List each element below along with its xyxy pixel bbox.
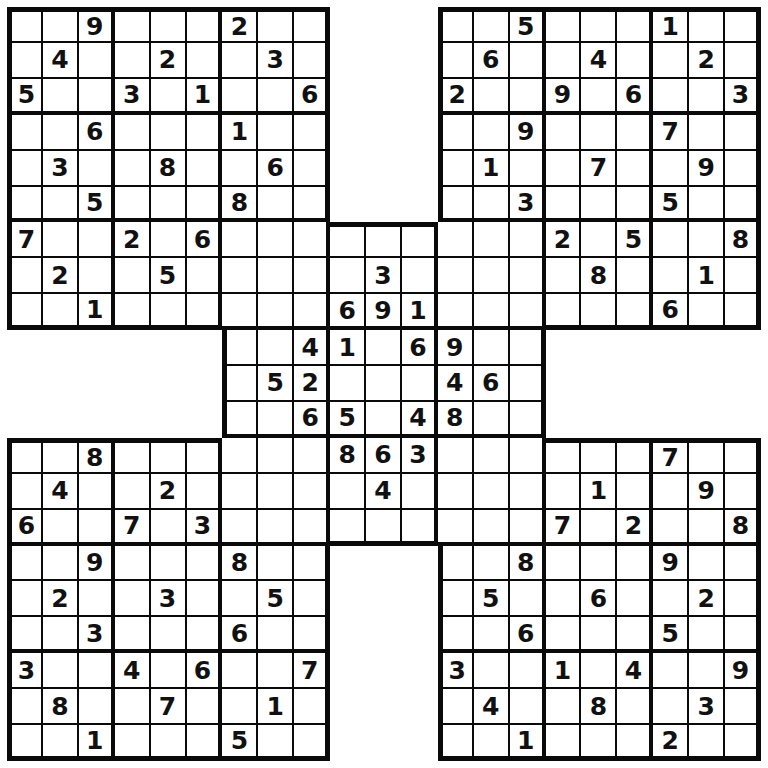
cell-r16c18[interactable] — [617, 546, 653, 582]
cell-r1c13[interactable] — [438, 7, 474, 43]
cell-r7c5[interactable] — [151, 222, 187, 258]
cell-r7c13[interactable] — [438, 222, 474, 258]
cell-r4c18[interactable] — [617, 115, 653, 151]
cell-r2c6[interactable] — [187, 43, 223, 79]
cell-r14c8[interactable] — [258, 474, 294, 510]
cell-r3c15[interactable] — [510, 79, 546, 115]
cell-r13c9[interactable] — [294, 438, 330, 474]
cell-r16c9[interactable] — [294, 546, 330, 582]
void-space — [79, 330, 115, 366]
cell-r6c8[interactable] — [258, 187, 294, 223]
cell-r8c10[interactable] — [330, 258, 366, 294]
cell-r20c9[interactable] — [294, 689, 330, 725]
cell-r6c14[interactable] — [474, 187, 510, 223]
cell-r5c4[interactable] — [115, 151, 151, 187]
cell-r9c17[interactable] — [581, 294, 617, 330]
cell-r14c19[interactable] — [653, 474, 689, 510]
cell-r7c7[interactable] — [222, 222, 258, 258]
cell-r15c15[interactable] — [510, 510, 546, 546]
cell-r7c15[interactable] — [510, 222, 546, 258]
cell-r11c11[interactable] — [366, 366, 402, 402]
cell-r17c4[interactable] — [115, 581, 151, 617]
cell-r13c2[interactable] — [43, 438, 79, 474]
cell-r21c21[interactable] — [725, 725, 761, 761]
cell-r4c9[interactable] — [294, 115, 330, 151]
cell-r1c1[interactable] — [7, 7, 43, 43]
cell-r8c7[interactable] — [222, 258, 258, 294]
cell-r4c6[interactable] — [187, 115, 223, 151]
cell-r4c14[interactable] — [474, 115, 510, 151]
cell-r6c16[interactable] — [546, 187, 582, 223]
cell-r15c11[interactable] — [366, 510, 402, 546]
cell-r21c7: 5 — [222, 725, 258, 761]
cell-r9c5[interactable] — [151, 294, 187, 330]
cell-r21c8[interactable] — [258, 725, 294, 761]
cell-r19c16: 1 — [546, 653, 582, 689]
cell-r4c1[interactable] — [7, 115, 43, 151]
cell-r14c4[interactable] — [115, 474, 151, 510]
cell-r2c1[interactable] — [7, 43, 43, 79]
cell-r21c17[interactable] — [581, 725, 617, 761]
cell-r3c19[interactable] — [653, 79, 689, 115]
cell-r9c14[interactable] — [474, 294, 510, 330]
cell-r4c21[interactable] — [725, 115, 761, 151]
cell-r18c21[interactable] — [725, 617, 761, 653]
cell-r21c2[interactable] — [43, 725, 79, 761]
cell-r7c10[interactable] — [330, 222, 366, 258]
cell-r15c7[interactable] — [222, 510, 258, 546]
cell-r12c15[interactable] — [510, 402, 546, 438]
cell-r15c1: 6 — [7, 510, 43, 546]
cell-r18c20[interactable] — [689, 617, 725, 653]
cell-r7c12[interactable] — [402, 222, 438, 258]
cell-r4c8[interactable] — [258, 115, 294, 151]
cell-r5c1[interactable] — [7, 151, 43, 187]
cell-r18c19: 5 — [653, 617, 689, 653]
cell-r20c3[interactable] — [79, 689, 115, 725]
cell-r13c6[interactable] — [187, 438, 223, 474]
cell-r1c6[interactable] — [187, 7, 223, 43]
cell-r21c14[interactable] — [474, 725, 510, 761]
cell-r16c17[interactable] — [581, 546, 617, 582]
cell-r12c7[interactable] — [222, 402, 258, 438]
cell-r19c5[interactable] — [151, 653, 187, 689]
cell-r7c20[interactable] — [689, 222, 725, 258]
cell-r19c17[interactable] — [581, 653, 617, 689]
cell-r4c17[interactable] — [581, 115, 617, 151]
cell-r18c8[interactable] — [258, 617, 294, 653]
void-space — [79, 402, 115, 438]
void-space — [653, 402, 689, 438]
cell-r14c11: 4 — [366, 474, 402, 510]
cell-r17c7[interactable] — [222, 581, 258, 617]
cell-r17c13[interactable] — [438, 581, 474, 617]
void-space — [330, 187, 366, 223]
cell-r21c4[interactable] — [115, 725, 151, 761]
cell-r13c16[interactable] — [546, 438, 582, 474]
void-space — [366, 7, 402, 43]
cell-r7c14[interactable] — [474, 222, 510, 258]
cell-r2c4[interactable] — [115, 43, 151, 79]
cell-r16c2[interactable] — [43, 546, 79, 582]
cell-r13c1[interactable] — [7, 438, 43, 474]
cell-r20c6[interactable] — [187, 689, 223, 725]
cell-r4c13[interactable] — [438, 115, 474, 151]
cell-r1c4[interactable] — [115, 7, 151, 43]
cell-r8c8[interactable] — [258, 258, 294, 294]
cell-r7c3[interactable] — [79, 222, 115, 258]
cell-r18c15: 6 — [510, 617, 546, 653]
cell-r15c20[interactable] — [689, 510, 725, 546]
cell-r5c7[interactable] — [222, 151, 258, 187]
cell-r8c13[interactable] — [438, 258, 474, 294]
cell-r9c6[interactable] — [187, 294, 223, 330]
cell-r2c2: 4 — [43, 43, 79, 79]
cell-r8c11: 3 — [366, 258, 402, 294]
cell-r9c11: 9 — [366, 294, 402, 330]
cell-r16c6[interactable] — [187, 546, 223, 582]
cell-r9c15[interactable] — [510, 294, 546, 330]
cell-r3c2[interactable] — [43, 79, 79, 115]
cell-r15c13[interactable] — [438, 510, 474, 546]
cell-r2c16[interactable] — [546, 43, 582, 79]
cell-r6c1[interactable] — [7, 187, 43, 223]
cell-r9c7[interactable] — [222, 294, 258, 330]
cell-r12c8[interactable] — [258, 402, 294, 438]
cell-r15c10[interactable] — [330, 510, 366, 546]
cell-r5c18[interactable] — [617, 151, 653, 187]
cell-r6c20[interactable] — [689, 187, 725, 223]
cell-r8c18[interactable] — [617, 258, 653, 294]
cell-r8c14[interactable] — [474, 258, 510, 294]
void-space — [366, 115, 402, 151]
cell-r7c9[interactable] — [294, 222, 330, 258]
cell-r1c18[interactable] — [617, 7, 653, 43]
cell-r18c4[interactable] — [115, 617, 151, 653]
cell-r9c20[interactable] — [689, 294, 725, 330]
cell-r15c2[interactable] — [43, 510, 79, 546]
cell-r13c8[interactable] — [258, 438, 294, 474]
cell-r9c21[interactable] — [725, 294, 761, 330]
cell-r16c21[interactable] — [725, 546, 761, 582]
cell-r18c7: 6 — [222, 617, 258, 653]
cell-r19c20[interactable] — [689, 653, 725, 689]
cell-r1c9[interactable] — [294, 7, 330, 43]
void-space — [546, 366, 582, 402]
cell-r18c17[interactable] — [581, 617, 617, 653]
cell-r20c1[interactable] — [7, 689, 43, 725]
cell-r8c15[interactable] — [510, 258, 546, 294]
cell-r20c15[interactable] — [510, 689, 546, 725]
cell-r8c4[interactable] — [115, 258, 151, 294]
cell-r18c6[interactable] — [187, 617, 223, 653]
cell-r9c4[interactable] — [115, 294, 151, 330]
cell-r1c20[interactable] — [689, 7, 725, 43]
cell-r17c3[interactable] — [79, 581, 115, 617]
cell-r14c5: 2 — [151, 474, 187, 510]
cell-r15c14[interactable] — [474, 510, 510, 546]
cell-r19c14[interactable] — [474, 653, 510, 689]
cell-r8c19[interactable] — [653, 258, 689, 294]
cell-r9c2[interactable] — [43, 294, 79, 330]
cell-r13c18[interactable] — [617, 438, 653, 474]
cell-r9c18[interactable] — [617, 294, 653, 330]
cell-r14c15[interactable] — [510, 474, 546, 510]
cell-r6c21[interactable] — [725, 187, 761, 223]
cell-r6c9[interactable] — [294, 187, 330, 223]
cell-r4c5[interactable] — [151, 115, 187, 151]
cell-r17c9[interactable] — [294, 581, 330, 617]
cell-r6c6[interactable] — [187, 187, 223, 223]
cell-r6c18[interactable] — [617, 187, 653, 223]
void-space — [617, 366, 653, 402]
cell-r4c16[interactable] — [546, 115, 582, 151]
cell-r21c16[interactable] — [546, 725, 582, 761]
cell-r3c5[interactable] — [151, 79, 187, 115]
void-space — [366, 653, 402, 689]
cell-r17c15[interactable] — [510, 581, 546, 617]
cell-r2c19[interactable] — [653, 43, 689, 79]
cell-r4c15: 9 — [510, 115, 546, 151]
cell-r1c2[interactable] — [43, 7, 79, 43]
cell-r15c19[interactable] — [653, 510, 689, 546]
cell-r21c18[interactable] — [617, 725, 653, 761]
cell-r9c13[interactable] — [438, 294, 474, 330]
cell-r7c1: 7 — [7, 222, 43, 258]
void-space — [330, 653, 366, 689]
cell-r18c16[interactable] — [546, 617, 582, 653]
cell-r16c4[interactable] — [115, 546, 151, 582]
cell-r16c14[interactable] — [474, 546, 510, 582]
cell-r11c14: 6 — [474, 366, 510, 402]
cell-r15c9[interactable] — [294, 510, 330, 546]
cell-r2c21[interactable] — [725, 43, 761, 79]
cell-r15c5[interactable] — [151, 510, 187, 546]
cell-r11c8: 5 — [258, 366, 294, 402]
void-space — [617, 330, 653, 366]
cell-r4c4[interactable] — [115, 115, 151, 151]
cell-r7c19[interactable] — [653, 222, 689, 258]
cell-r2c18[interactable] — [617, 43, 653, 79]
cell-r2c13[interactable] — [438, 43, 474, 79]
cell-r19c3[interactable] — [79, 653, 115, 689]
cell-r20c19[interactable] — [653, 689, 689, 725]
cell-r3c3[interactable] — [79, 79, 115, 115]
cell-r20c7[interactable] — [222, 689, 258, 725]
cell-r14c13[interactable] — [438, 474, 474, 510]
void-space — [366, 43, 402, 79]
cell-r13c21[interactable] — [725, 438, 761, 474]
cell-r16c8[interactable] — [258, 546, 294, 582]
cell-r14c10[interactable] — [330, 474, 366, 510]
cell-r8c9[interactable] — [294, 258, 330, 294]
cell-r20c13[interactable] — [438, 689, 474, 725]
cell-r13c5[interactable] — [151, 438, 187, 474]
cell-r10c11[interactable] — [366, 330, 402, 366]
cell-r15c3[interactable] — [79, 510, 115, 546]
cell-r5c19[interactable] — [653, 151, 689, 187]
cell-r3c14[interactable] — [474, 79, 510, 115]
cell-r16c16[interactable] — [546, 546, 582, 582]
cell-r9c16[interactable] — [546, 294, 582, 330]
cell-r13c14[interactable] — [474, 438, 510, 474]
cell-r18c5[interactable] — [151, 617, 187, 653]
cell-r18c14[interactable] — [474, 617, 510, 653]
cell-r10c10: 1 — [330, 330, 366, 366]
cell-r15c17[interactable] — [581, 510, 617, 546]
cell-r6c2[interactable] — [43, 187, 79, 223]
cell-r7c17[interactable] — [581, 222, 617, 258]
cell-r14c21[interactable] — [725, 474, 761, 510]
cell-r5c13[interactable] — [438, 151, 474, 187]
cell-r16c5[interactable] — [151, 546, 187, 582]
cell-r6c5[interactable] — [151, 187, 187, 223]
cell-r20c4[interactable] — [115, 689, 151, 725]
cell-r19c15[interactable] — [510, 653, 546, 689]
cell-r13c4[interactable] — [115, 438, 151, 474]
cell-r8c16[interactable] — [546, 258, 582, 294]
cell-r19c8[interactable] — [258, 653, 294, 689]
cell-r5c15[interactable] — [510, 151, 546, 187]
cell-r10c15[interactable] — [510, 330, 546, 366]
cell-r10c14[interactable] — [474, 330, 510, 366]
cell-r5c6[interactable] — [187, 151, 223, 187]
cell-r19c7[interactable] — [222, 653, 258, 689]
cell-r11c10[interactable] — [330, 366, 366, 402]
cell-r19c19[interactable] — [653, 653, 689, 689]
cell-r6c13[interactable] — [438, 187, 474, 223]
cell-r20c17: 8 — [581, 689, 617, 725]
cell-r19c2[interactable] — [43, 653, 79, 689]
cell-r6c17[interactable] — [581, 187, 617, 223]
cell-r18c2[interactable] — [43, 617, 79, 653]
cell-r10c8[interactable] — [258, 330, 294, 366]
cell-r8c21[interactable] — [725, 258, 761, 294]
cell-r14c18[interactable] — [617, 474, 653, 510]
cell-r14c16[interactable] — [546, 474, 582, 510]
cell-r5c21[interactable] — [725, 151, 761, 187]
cell-r5c16[interactable] — [546, 151, 582, 187]
cell-r11c15[interactable] — [510, 366, 546, 402]
cell-r3c8[interactable] — [258, 79, 294, 115]
cell-r4c20[interactable] — [689, 115, 725, 151]
cell-r1c8[interactable] — [258, 7, 294, 43]
cell-r13c15[interactable] — [510, 438, 546, 474]
cell-r15c8[interactable] — [258, 510, 294, 546]
void-space — [725, 402, 761, 438]
cell-r14c9[interactable] — [294, 474, 330, 510]
cell-r2c15[interactable] — [510, 43, 546, 79]
cell-r18c18[interactable] — [617, 617, 653, 653]
cell-r14c1[interactable] — [7, 474, 43, 510]
cell-r16c1[interactable] — [7, 546, 43, 582]
cell-r21c20[interactable] — [689, 725, 725, 761]
cell-r5c3[interactable] — [79, 151, 115, 187]
cell-r1c14[interactable] — [474, 7, 510, 43]
cell-r17c21[interactable] — [725, 581, 761, 617]
cell-r9c3: 1 — [79, 294, 115, 330]
cell-r13c17[interactable] — [581, 438, 617, 474]
cell-r3c17[interactable] — [581, 79, 617, 115]
cell-r14c3[interactable] — [79, 474, 115, 510]
cell-r11c7[interactable] — [222, 366, 258, 402]
cell-r2c9[interactable] — [294, 43, 330, 79]
cell-r6c4[interactable] — [115, 187, 151, 223]
cell-r18c9[interactable] — [294, 617, 330, 653]
cell-r10c7[interactable] — [222, 330, 258, 366]
cell-r17c6[interactable] — [187, 581, 223, 617]
cell-r1c21[interactable] — [725, 7, 761, 43]
cell-r18c1[interactable] — [7, 617, 43, 653]
cell-r9c8[interactable] — [258, 294, 294, 330]
cell-r20c18[interactable] — [617, 689, 653, 725]
cell-r9c1[interactable] — [7, 294, 43, 330]
cell-r7c11[interactable] — [366, 222, 402, 258]
cell-r15c12[interactable] — [402, 510, 438, 546]
cell-r17c16[interactable] — [546, 581, 582, 617]
cell-r11c12[interactable] — [402, 366, 438, 402]
cell-r1c17[interactable] — [581, 7, 617, 43]
cell-r19c13: 3 — [438, 653, 474, 689]
cell-r14c12[interactable] — [402, 474, 438, 510]
cell-r14c6[interactable] — [187, 474, 223, 510]
cell-r13c7[interactable] — [222, 438, 258, 474]
cell-r5c9[interactable] — [294, 151, 330, 187]
cell-r8c20: 1 — [689, 258, 725, 294]
cell-r12c11[interactable] — [366, 402, 402, 438]
void-space — [43, 366, 79, 402]
cell-r4c2[interactable] — [43, 115, 79, 151]
cell-r12c14[interactable] — [474, 402, 510, 438]
cell-r14c2: 4 — [43, 474, 79, 510]
cell-r17c18[interactable] — [617, 581, 653, 617]
cell-r3c20[interactable] — [689, 79, 725, 115]
cell-r14c14[interactable] — [474, 474, 510, 510]
cell-r13c13[interactable] — [438, 438, 474, 474]
cell-r9c9[interactable] — [294, 294, 330, 330]
cell-r7c8[interactable] — [258, 222, 294, 258]
cell-r18c13[interactable] — [438, 617, 474, 653]
cell-r8c6[interactable] — [187, 258, 223, 294]
cell-r21c6[interactable] — [187, 725, 223, 761]
cell-r21c5[interactable] — [151, 725, 187, 761]
cell-r8c1[interactable] — [7, 258, 43, 294]
cell-r2c7[interactable] — [222, 43, 258, 79]
cell-r16c19: 9 — [653, 546, 689, 582]
cell-r16c13[interactable] — [438, 546, 474, 582]
cell-r17c1[interactable] — [7, 581, 43, 617]
cell-r16c7: 8 — [222, 546, 258, 582]
cell-r20c16[interactable] — [546, 689, 582, 725]
cell-r2c3[interactable] — [79, 43, 115, 79]
cell-r7c2[interactable] — [43, 222, 79, 258]
cell-r8c12[interactable] — [402, 258, 438, 294]
cell-r20c21[interactable] — [725, 689, 761, 725]
cell-r14c7[interactable] — [222, 474, 258, 510]
cell-r17c19[interactable] — [653, 581, 689, 617]
cell-r13c20[interactable] — [689, 438, 725, 474]
cell-r21c1[interactable] — [7, 725, 43, 761]
cell-r21c9[interactable] — [294, 725, 330, 761]
cell-r21c13[interactable] — [438, 725, 474, 761]
cell-r3c7[interactable] — [222, 79, 258, 115]
cell-r14c20: 9 — [689, 474, 725, 510]
cell-r1c5[interactable] — [151, 7, 187, 43]
cell-r16c20[interactable] — [689, 546, 725, 582]
cell-r5c5: 8 — [151, 151, 187, 187]
cell-r8c3[interactable] — [79, 258, 115, 294]
cell-r1c16[interactable] — [546, 7, 582, 43]
